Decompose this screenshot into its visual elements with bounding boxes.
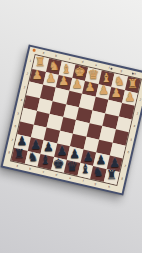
coordinate-label: f [82, 179, 84, 182]
chess-piece-black-pawn: ♟ [70, 147, 81, 159]
chess-piece-black-pawn: ♟ [17, 135, 28, 147]
chess-piece-white-king: ♚ [74, 65, 86, 78]
coordinate-label: h [134, 72, 137, 75]
chess-piece-white-knight: ♞ [48, 59, 59, 71]
coordinate-label: e [95, 63, 97, 66]
chess-board: abcdefgh abcdefgh 12345678 12345678 ♜♞♝♚… [0, 44, 142, 195]
coordinate-label: 4 [133, 125, 136, 128]
chess-piece-black-pawn: ♟ [56, 144, 67, 156]
chess-piece-white-pawn: ♟ [72, 79, 83, 91]
coordinate-label: 5 [130, 138, 133, 141]
coordinate-label: 2 [139, 98, 142, 101]
chess-piece-black-pawn: ♟ [83, 150, 94, 162]
chess-piece-black-rook: ♜ [106, 170, 117, 182]
chess-piece-white-bishop: ♝ [62, 62, 73, 74]
coordinate-label: 4 [20, 99, 23, 102]
coordinate-label: 7 [11, 138, 14, 141]
coordinate-label: h [108, 185, 111, 188]
chess-piece-white-pawn: ♟ [98, 85, 109, 97]
coordinate-label: 2 [26, 72, 29, 75]
board-grid: ♜♞♝♚♛♝♞♜♟♟♟♟♟♟♟♟♟♟♟♟♟♟♟♟♜♞♝♚♛♝♞♜ [11, 55, 141, 185]
chess-piece-white-pawn: ♟ [45, 73, 56, 85]
coordinate-label: g [120, 69, 123, 72]
coordinate-label: 8 [8, 151, 11, 154]
coordinate-label: 6 [14, 125, 17, 128]
chess-piece-black-pawn: ♟ [30, 138, 41, 150]
chess-piece-white-pawn: ♟ [58, 76, 69, 88]
coordinate-label: g [94, 182, 97, 185]
chess-piece-white-rook: ♜ [35, 56, 46, 68]
coordinate-label: 1 [29, 59, 32, 62]
chess-piece-black-pawn: ♟ [109, 157, 120, 169]
coordinate-label: 6 [127, 151, 130, 154]
chess-piece-white-bishop: ♝ [101, 72, 112, 84]
coordinate-label: b [29, 167, 32, 170]
coordinate-label: e [69, 176, 71, 179]
coordinate-label: d [55, 173, 58, 176]
board-margin: abcdefgh abcdefgh 12345678 12345678 ♜♞♝♚… [3, 47, 142, 193]
photo-scene: abcdefgh abcdefgh 12345678 12345678 ♜♞♝♚… [0, 0, 142, 253]
chess-piece-white-queen: ♛ [87, 68, 99, 81]
chess-piece-white-pawn: ♟ [111, 88, 122, 100]
chess-piece-white-pawn: ♟ [32, 69, 43, 81]
coordinate-label: 7 [124, 164, 127, 167]
coordinate-label: f [108, 66, 110, 69]
board-square: ♜ [103, 169, 119, 185]
coordinate-label: a [42, 51, 44, 54]
coordinate-label: b [55, 54, 58, 57]
coordinate-label: 3 [23, 86, 26, 89]
coordinate-label: 8 [121, 177, 124, 180]
chess-piece-black-pawn: ♟ [96, 153, 107, 165]
chess-piece-white-rook: ♜ [127, 78, 138, 90]
chess-piece-black-king: ♚ [53, 157, 65, 170]
chess-piece-white-pawn: ♟ [85, 82, 96, 94]
chess-piece-black-bishop: ♝ [80, 164, 91, 176]
chess-piece-white-pawn: ♟ [124, 91, 135, 103]
coordinate-label: a [16, 164, 18, 167]
coordinate-label: 5 [17, 112, 20, 115]
chess-piece-black-pawn: ♟ [43, 141, 54, 153]
coordinate-label: c [68, 57, 70, 60]
chess-piece-black-knight: ♞ [27, 151, 38, 163]
chess-piece-black-bishop: ♝ [40, 154, 51, 166]
chess-piece-black-queen: ♛ [66, 160, 78, 173]
chess-piece-white-knight: ♞ [114, 75, 125, 87]
chess-piece-black-rook: ♜ [14, 148, 25, 160]
chess-piece-black-knight: ♞ [93, 167, 104, 179]
coordinate-label: c [42, 170, 44, 173]
coordinate-label: 3 [136, 112, 139, 115]
coordinate-label: d [81, 60, 84, 63]
